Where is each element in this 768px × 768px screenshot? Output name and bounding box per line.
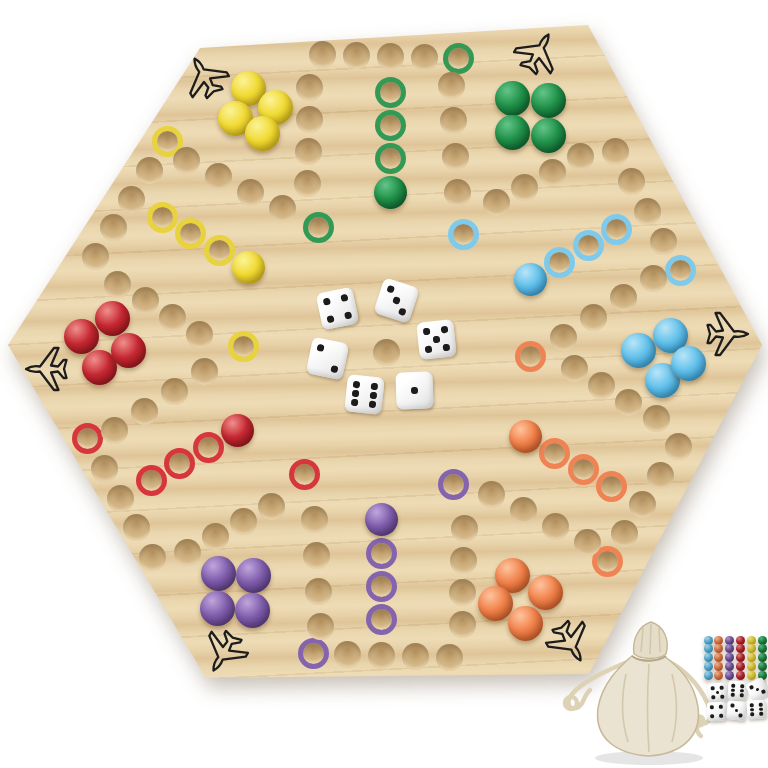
die-pip — [719, 714, 722, 717]
green-spare-marble[interactable] — [758, 636, 767, 645]
die-pip — [710, 705, 713, 708]
spare-die[interactable] — [726, 700, 747, 721]
green-spare-marble[interactable] — [758, 662, 767, 671]
orange-spare-marble[interactable] — [714, 636, 723, 645]
spare-die[interactable] — [707, 682, 727, 702]
die-pip — [749, 703, 752, 706]
green-spare-marble[interactable] — [758, 653, 767, 662]
die-pip — [750, 708, 753, 711]
die-pip — [710, 686, 713, 689]
drawstring-bag — [548, 600, 758, 768]
purple-spare-marble[interactable] — [725, 636, 734, 645]
die-pip — [750, 712, 753, 715]
die-pip — [759, 702, 762, 705]
blue-spare-marble[interactable] — [704, 636, 713, 645]
die-pip — [749, 685, 753, 689]
yellow-spare-marble[interactable] — [747, 671, 756, 680]
die-pip — [730, 703, 734, 707]
accessories — [0, 0, 768, 768]
yellow-spare-marble[interactable] — [747, 636, 756, 645]
purple-spare-marble[interactable] — [725, 671, 734, 680]
die-pip — [740, 684, 743, 687]
die-pip — [731, 683, 734, 686]
yellow-spare-marble[interactable] — [747, 662, 756, 671]
die-pip — [761, 689, 765, 693]
product-photo-stage — [0, 0, 768, 768]
die-pip — [710, 714, 713, 717]
die-pip — [731, 688, 734, 691]
green-spare-marble[interactable] — [758, 644, 767, 653]
die-pip — [719, 705, 722, 708]
die-pip — [759, 707, 762, 710]
die-pip — [755, 687, 759, 691]
blue-spare-marble[interactable] — [704, 662, 713, 671]
red-spare-marble[interactable] — [736, 636, 745, 645]
die-pip — [740, 693, 743, 696]
die-pip — [720, 695, 723, 698]
die-pip — [715, 690, 718, 693]
blue-spare-marble[interactable] — [704, 653, 713, 662]
blue-spare-marble[interactable] — [704, 671, 713, 680]
die-pip — [734, 708, 738, 712]
die-pip — [719, 685, 722, 688]
spare-die[interactable] — [746, 699, 766, 719]
blue-spare-marble[interactable] — [704, 644, 713, 653]
spare-die[interactable] — [706, 701, 726, 721]
die-pip — [711, 695, 714, 698]
die-pip — [759, 712, 762, 715]
die-pip — [738, 713, 742, 717]
die-pip — [740, 689, 743, 692]
bag-rope-loop — [565, 697, 577, 709]
spare-die[interactable] — [727, 680, 747, 700]
die-pip — [730, 693, 733, 696]
red-spare-marble[interactable] — [736, 671, 745, 680]
